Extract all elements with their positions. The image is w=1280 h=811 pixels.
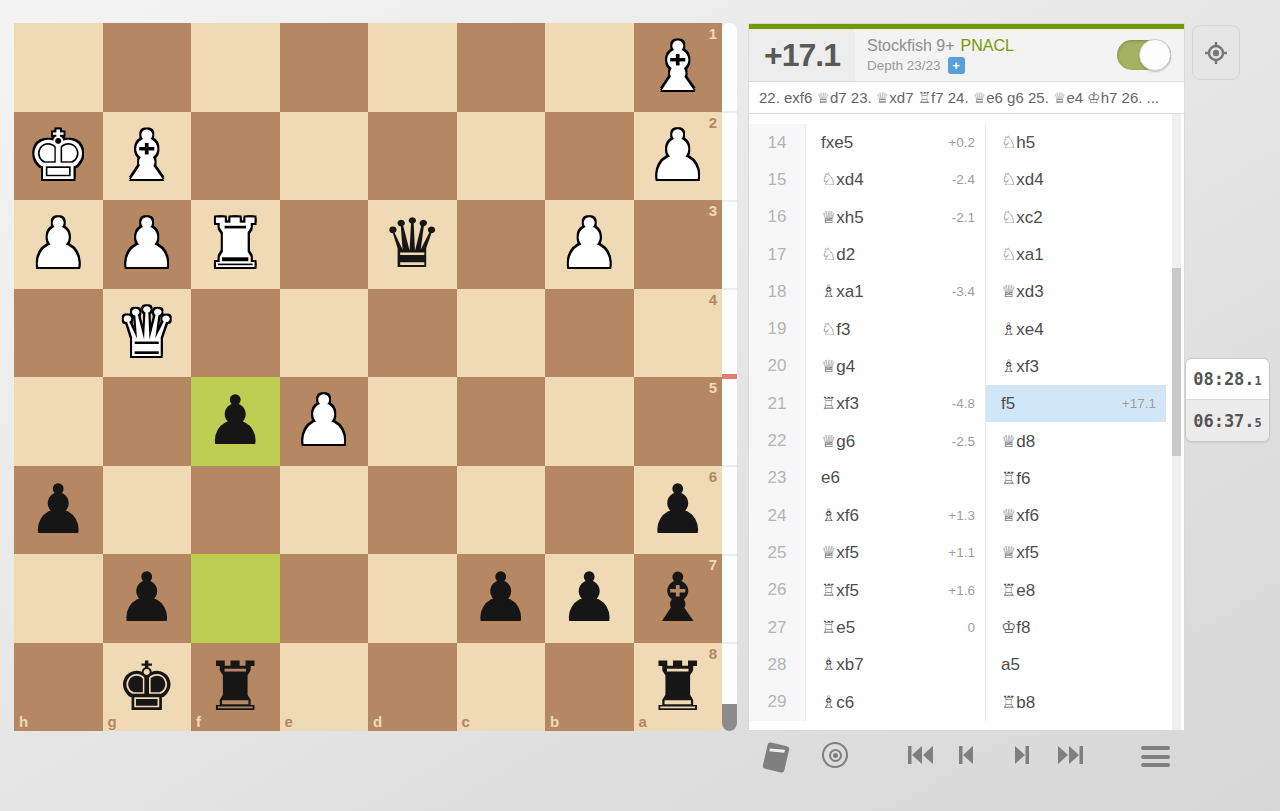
nav-first-button[interactable]: [908, 745, 935, 765]
move-number: 18: [749, 273, 806, 310]
square-d6[interactable]: [368, 466, 457, 555]
square-d7[interactable]: [368, 554, 457, 643]
move-row: 23e6♖f6: [749, 460, 1184, 497]
black-pawn[interactable]: ♟: [559, 554, 620, 642]
move-row: 19♘f3♗xe4: [749, 310, 1184, 347]
engine-depth: Depth 23/23: [867, 58, 941, 73]
gauge-midpoint-tick: [722, 374, 737, 379]
coord-rank-7: 7: [709, 556, 717, 573]
move-number: 29: [749, 683, 806, 720]
move-number: 27: [749, 609, 806, 646]
black-move[interactable]: ♖b8: [986, 683, 1166, 720]
engine-info: Stockfish 9+PNACL Depth 23/23 +: [855, 37, 1014, 74]
move-row: 17♘d2♘xa1: [749, 236, 1184, 273]
black-pawn[interactable]: ♟: [28, 466, 89, 554]
square-f6[interactable]: [191, 466, 280, 555]
square-h1[interactable]: [14, 23, 103, 112]
move-number: 20: [749, 348, 806, 385]
square-f5[interactable]: ♟: [191, 377, 280, 466]
black-move[interactable]: ♕xf6: [986, 497, 1166, 534]
black-move[interactable]: ♘xa1: [986, 236, 1166, 273]
nav-next-button[interactable]: [1011, 745, 1031, 765]
move-number: 16: [749, 199, 806, 236]
square-c3[interactable]: [457, 200, 546, 289]
white-move[interactable]: ♖e50: [806, 609, 986, 646]
move-row: 20♕g4♗xf3: [749, 348, 1184, 385]
white-move[interactable]: ♕g4: [806, 348, 986, 385]
coord-file-d: d: [373, 713, 382, 730]
square-f2[interactable]: [191, 112, 280, 201]
coord-file-e: e: [285, 713, 293, 730]
coord-file-c: c: [462, 713, 470, 730]
square-h7[interactable]: [14, 554, 103, 643]
square-e5[interactable]: ♟: [280, 377, 369, 466]
move-list: 14fxe5+0.2♘h515♘xd4-2.4♘xd416♕xh5-2.1♘xc…: [748, 114, 1185, 731]
square-d5[interactable]: [368, 377, 457, 466]
square-b3[interactable]: ♟: [545, 200, 634, 289]
square-g1[interactable]: [103, 23, 192, 112]
white-move[interactable]: ♘xd4-2.4: [806, 161, 986, 198]
move-row: 16♕xh5-2.1♘xc2: [749, 199, 1184, 236]
square-g4[interactable]: ♛: [103, 289, 192, 378]
white-bishop[interactable]: ♝: [116, 112, 177, 200]
square-d4[interactable]: [368, 289, 457, 378]
square-a4[interactable]: 4: [634, 289, 723, 378]
gauge-black-share: [722, 704, 737, 731]
black-move[interactable]: ♗xe4: [986, 310, 1166, 347]
move-number: 22: [749, 422, 806, 459]
engine-pv-line[interactable]: 22. exf6 ♕d7 23. ♕xd7 ♖f7 24. ♕e6 g6 25.…: [748, 81, 1185, 114]
square-d1[interactable]: [368, 23, 457, 112]
coord-file-b: b: [550, 713, 559, 730]
move-number: 24: [749, 497, 806, 534]
square-e4[interactable]: [280, 289, 369, 378]
scrollbar-thumb[interactable]: [1172, 268, 1181, 456]
white-pawn[interactable]: ♟: [28, 200, 89, 288]
square-c6[interactable]: [457, 466, 546, 555]
black-move[interactable]: ♖e8: [986, 572, 1166, 609]
white-move[interactable]: ♗xf6+1.3: [806, 497, 986, 534]
white-move[interactable]: ♘f3: [806, 310, 986, 347]
square-c5[interactable]: [457, 377, 546, 466]
black-queen[interactable]: ♛: [382, 200, 443, 288]
black-move[interactable]: f5+17.1: [986, 385, 1166, 422]
square-b6[interactable]: [545, 466, 634, 555]
move-row: 26♖xf5+1.6♖e8: [749, 572, 1184, 609]
square-a5[interactable]: 5: [634, 377, 723, 466]
black-pawn[interactable]: ♟: [647, 466, 708, 554]
square-e8[interactable]: e: [280, 643, 369, 732]
square-c8[interactable]: c: [457, 643, 546, 732]
black-rook[interactable]: ♜: [205, 643, 266, 731]
coord-rank-8: 8: [709, 645, 717, 662]
white-pawn[interactable]: ♟: [559, 200, 620, 288]
square-g6[interactable]: [103, 466, 192, 555]
square-f8[interactable]: ♜f: [191, 643, 280, 732]
square-h6[interactable]: ♟: [14, 466, 103, 555]
square-a8[interactable]: ♜8a: [634, 643, 723, 732]
black-bishop[interactable]: ♝: [647, 554, 708, 642]
engine-eval: +17.1: [749, 29, 855, 81]
coord-file-h: h: [19, 713, 28, 730]
square-h5[interactable]: [14, 377, 103, 466]
move-row: 28♗xb7a5: [749, 646, 1184, 683]
move-number: 23: [749, 460, 806, 497]
square-a7[interactable]: ♝7: [634, 554, 723, 643]
white-pawn[interactable]: ♟: [116, 200, 177, 288]
practice-target-icon: [833, 753, 838, 758]
square-d3[interactable]: ♛: [368, 200, 457, 289]
square-c2[interactable]: [457, 112, 546, 201]
square-h2[interactable]: ♚: [14, 112, 103, 201]
white-move[interactable]: ♗xa1-3.4: [806, 273, 986, 310]
white-pawn[interactable]: ♟: [647, 112, 708, 200]
coord-file-g: g: [108, 713, 117, 730]
engine-panel: +17.1 Stockfish 9+PNACL Depth 23/23 +: [748, 23, 1185, 81]
square-c4[interactable]: [457, 289, 546, 378]
square-a2[interactable]: ♟2: [634, 112, 723, 201]
square-b5[interactable]: [545, 377, 634, 466]
add-engine-icon[interactable]: +: [948, 57, 965, 74]
move-number: 15: [749, 161, 806, 198]
white-move[interactable]: fxe5+0.2: [806, 124, 986, 161]
square-c7[interactable]: ♟: [457, 554, 546, 643]
move-row: 27♖e50♔f8: [749, 609, 1184, 646]
white-move[interactable]: ♖xf5+1.6: [806, 572, 986, 609]
black-pawn[interactable]: ♟: [205, 377, 266, 465]
square-h8[interactable]: h: [14, 643, 103, 732]
black-move[interactable]: ♘h5: [986, 124, 1166, 161]
coord-rank-4: 4: [709, 291, 717, 308]
black-move[interactable]: ♔f8: [986, 609, 1166, 646]
opening-book-button[interactable]: [762, 742, 790, 773]
square-e3[interactable]: [280, 200, 369, 289]
white-move[interactable]: ♕g6-2.5: [806, 422, 986, 459]
white-move[interactable]: ♗xb7: [806, 646, 986, 683]
square-b7[interactable]: ♟: [545, 554, 634, 643]
move-list-scrollbar[interactable]: [1172, 114, 1181, 731]
black-move[interactable]: ♘xd4: [986, 161, 1166, 198]
black-move[interactable]: ♕xf5: [986, 534, 1166, 571]
nav-last-button[interactable]: [1056, 745, 1083, 765]
move-row: 25♕xf5+1.1♕xf5: [749, 534, 1184, 571]
clocks: 08:28.1 06:37.5: [1185, 358, 1270, 442]
black-move[interactable]: ♗xf3: [986, 348, 1166, 385]
square-g5[interactable]: [103, 377, 192, 466]
practice-button[interactable]: [822, 742, 848, 768]
nav-prev-button[interactable]: [957, 745, 977, 765]
black-pawn[interactable]: ♟: [470, 554, 531, 642]
move-number: 19: [749, 310, 806, 347]
black-move[interactable]: ♘xc2: [986, 199, 1166, 236]
square-d2[interactable]: [368, 112, 457, 201]
coord-rank-5: 5: [709, 379, 717, 396]
coord-file-a: a: [639, 713, 647, 730]
white-move[interactable]: ♗c6: [806, 683, 986, 720]
square-b4[interactable]: [545, 289, 634, 378]
move-row: 24♗xf6+1.3♕xf6: [749, 497, 1184, 534]
engine-tech: PNACL: [961, 37, 1014, 54]
square-f7[interactable]: [191, 554, 280, 643]
square-e7[interactable]: [280, 554, 369, 643]
black-move[interactable]: ♖f6: [986, 460, 1166, 497]
square-a6[interactable]: ♟6: [634, 466, 723, 555]
coord-rank-3: 3: [709, 202, 717, 219]
eval-gauge: [722, 23, 737, 731]
black-move[interactable]: ♕d8: [986, 422, 1166, 459]
white-rook[interactable]: ♜: [205, 200, 266, 288]
black-pawn[interactable]: ♟: [116, 554, 177, 642]
move-number: 17: [749, 236, 806, 273]
black-rook[interactable]: ♜: [647, 643, 708, 731]
move-number: 21: [749, 385, 806, 422]
move-row: 15♘xd4-2.4♘xd4: [749, 161, 1184, 198]
square-f1[interactable]: [191, 23, 280, 112]
white-queen[interactable]: ♛: [116, 289, 177, 377]
crosshair-icon: [1203, 40, 1229, 66]
white-move[interactable]: ♕xh5-2.1: [806, 199, 986, 236]
move-number: 14: [749, 124, 806, 161]
square-b1[interactable]: [545, 23, 634, 112]
square-h3[interactable]: ♟: [14, 200, 103, 289]
move-number: 25: [749, 534, 806, 571]
square-b2[interactable]: [545, 112, 634, 201]
white-move[interactable]: ♖xf3-4.8: [806, 385, 986, 422]
white-move[interactable]: ♘d2: [806, 236, 986, 273]
white-move[interactable]: e6: [806, 460, 986, 497]
white-king[interactable]: ♚: [28, 112, 89, 200]
square-e1[interactable]: [280, 23, 369, 112]
black-clock: 06:37.5: [1186, 400, 1269, 441]
coord-file-f: f: [196, 713, 201, 730]
coord-rank-2: 2: [709, 114, 717, 131]
move-number: 26: [749, 572, 806, 609]
white-bishop[interactable]: ♝: [647, 23, 708, 111]
square-e6[interactable]: [280, 466, 369, 555]
black-king[interactable]: ♚: [116, 643, 177, 731]
engine-toggle[interactable]: [1117, 40, 1171, 70]
coord-rank-6: 6: [709, 468, 717, 485]
move-row: 14fxe5+0.2♘h5: [749, 124, 1184, 161]
coord-rank-1: 1: [709, 25, 717, 42]
square-g8[interactable]: ♚g: [103, 643, 192, 732]
square-c1[interactable]: [457, 23, 546, 112]
square-d8[interactable]: d: [368, 643, 457, 732]
square-e2[interactable]: [280, 112, 369, 201]
square-g7[interactable]: ♟: [103, 554, 192, 643]
chess-board[interactable]: ♝1♚♝♟2♟♟♜♛♟3♛4♟♟5♟♟6♟♟♟♝7h♚g♜fedcb♜8a: [14, 23, 722, 731]
black-move[interactable]: a5: [986, 646, 1166, 683]
square-g2[interactable]: ♝: [103, 112, 192, 201]
menu-button[interactable]: [1141, 746, 1170, 772]
square-a3[interactable]: 3: [634, 200, 723, 289]
square-f3[interactable]: ♜: [191, 200, 280, 289]
move-row: 21♖xf3-4.8f5+17.1: [749, 385, 1184, 422]
move-row: 18♗xa1-3.4♕xd3: [749, 273, 1184, 310]
toggle-knob: [1139, 39, 1171, 71]
analysis-settings-button[interactable]: [1192, 25, 1240, 80]
black-move[interactable]: ♕xd3: [986, 273, 1166, 310]
white-clock: 08:28.1: [1186, 359, 1269, 400]
move-row: 29♗c6♖b8: [749, 683, 1184, 720]
white-pawn[interactable]: ♟: [293, 377, 354, 465]
white-move[interactable]: ♕xf5+1.1: [806, 534, 986, 571]
square-g3[interactable]: ♟: [103, 200, 192, 289]
move-number: 28: [749, 646, 806, 683]
engine-name: Stockfish 9+: [867, 37, 955, 54]
move-row: 22♕g6-2.5♕d8: [749, 422, 1184, 459]
square-h4[interactable]: [14, 289, 103, 378]
square-f4[interactable]: [191, 289, 280, 378]
square-b8[interactable]: b: [545, 643, 634, 732]
square-a1[interactable]: ♝1: [634, 23, 723, 112]
